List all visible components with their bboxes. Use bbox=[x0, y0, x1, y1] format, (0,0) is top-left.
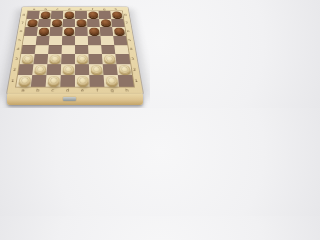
checker-light-man bbox=[49, 55, 60, 63]
rank-label: 6 bbox=[127, 30, 130, 33]
square-c4 bbox=[48, 45, 62, 55]
file-label: e bbox=[75, 88, 89, 92]
checker-ring bbox=[23, 56, 31, 61]
square-d6 bbox=[62, 27, 75, 36]
checker-light-man bbox=[62, 65, 73, 74]
file-label: h bbox=[120, 88, 135, 92]
square-g3 bbox=[102, 54, 117, 64]
square-h2 bbox=[117, 64, 133, 75]
file-label: c bbox=[52, 8, 63, 10]
checker-ring bbox=[105, 56, 113, 61]
square-g7 bbox=[99, 19, 112, 27]
file-label: f bbox=[87, 8, 98, 10]
square-g4 bbox=[101, 45, 115, 55]
square-f8 bbox=[87, 11, 99, 19]
checker-dark-man bbox=[89, 27, 99, 34]
square-d8 bbox=[63, 11, 75, 19]
checker-ring bbox=[115, 29, 122, 34]
square-f1 bbox=[89, 75, 104, 86]
square-a8 bbox=[27, 11, 40, 19]
square-a2 bbox=[18, 64, 34, 75]
checker-ring bbox=[107, 77, 115, 83]
square-a4 bbox=[21, 45, 36, 55]
square-b3 bbox=[33, 54, 48, 64]
square-b5 bbox=[36, 36, 50, 45]
square-d2 bbox=[61, 64, 75, 75]
file-label: c bbox=[46, 88, 60, 92]
checker-dark-man bbox=[38, 27, 49, 34]
square-c8 bbox=[51, 11, 63, 19]
checker-light-man bbox=[90, 65, 102, 74]
square-e8 bbox=[75, 11, 87, 19]
square-f5 bbox=[88, 36, 101, 45]
square-a7 bbox=[25, 19, 38, 27]
square-c2 bbox=[46, 64, 61, 75]
checker-ring bbox=[64, 67, 72, 73]
square-e4 bbox=[75, 45, 88, 55]
square-e7 bbox=[75, 19, 87, 27]
file-label: d bbox=[60, 88, 74, 92]
checker-dark-man bbox=[64, 11, 74, 17]
checker-ring bbox=[65, 29, 72, 34]
rank-label: 2 bbox=[133, 68, 136, 71]
file-label: g bbox=[99, 8, 110, 10]
square-f3 bbox=[88, 54, 102, 64]
file-labels-bottom: abcdefgh bbox=[7, 87, 143, 94]
square-f7 bbox=[87, 19, 100, 27]
checker-ring bbox=[102, 20, 109, 24]
latch-icon bbox=[63, 97, 76, 101]
file-label: b bbox=[31, 88, 45, 92]
square-e3 bbox=[75, 54, 89, 64]
square-a5 bbox=[23, 36, 37, 45]
square-d7 bbox=[63, 19, 75, 27]
rank-label: 6 bbox=[20, 30, 23, 33]
checker-dark-man bbox=[100, 19, 110, 26]
square-b8 bbox=[39, 11, 52, 19]
square-h3 bbox=[115, 54, 130, 64]
square-g5 bbox=[100, 36, 114, 45]
checker-ring bbox=[20, 77, 29, 83]
square-c5 bbox=[49, 36, 62, 45]
square-c1 bbox=[46, 75, 61, 86]
rank-label: 3 bbox=[132, 58, 135, 61]
rank-label: 7 bbox=[126, 22, 129, 25]
checker-ring bbox=[51, 56, 59, 61]
rank-label: 1 bbox=[135, 79, 139, 83]
rank-label: 4 bbox=[130, 48, 133, 51]
rank-label: 1 bbox=[11, 79, 15, 83]
checker-ring bbox=[49, 77, 57, 83]
square-f6 bbox=[87, 27, 100, 36]
rank-label: 5 bbox=[128, 39, 131, 42]
rank-label: 4 bbox=[17, 48, 20, 51]
checker-ring bbox=[40, 29, 47, 34]
rank-label: 8 bbox=[23, 14, 26, 16]
square-a1 bbox=[16, 75, 32, 86]
checker-ring bbox=[66, 13, 72, 17]
square-h8 bbox=[110, 11, 123, 19]
square-b6 bbox=[37, 27, 50, 36]
square-f4 bbox=[88, 45, 102, 55]
square-h4 bbox=[114, 45, 129, 55]
photo-of-checkers-set: { "game": "checkers (draughts), standard… bbox=[0, 0, 150, 108]
square-e1 bbox=[75, 75, 90, 86]
square-h7 bbox=[111, 19, 124, 27]
rank-label: 7 bbox=[21, 22, 24, 25]
checker-ring bbox=[29, 20, 36, 24]
square-d1 bbox=[60, 75, 75, 86]
checker-ring bbox=[78, 56, 85, 61]
square-d5 bbox=[62, 36, 75, 45]
square-h1 bbox=[118, 75, 134, 86]
checker-dark-man bbox=[27, 19, 38, 26]
checker-light-man bbox=[47, 76, 59, 85]
checker-light-man bbox=[18, 76, 31, 85]
checker-ring bbox=[53, 20, 60, 24]
square-f2 bbox=[89, 64, 104, 75]
square-b4 bbox=[35, 45, 49, 55]
board: abcdefgh 87654321 87654321 abcdefgh bbox=[7, 7, 143, 94]
square-e5 bbox=[75, 36, 88, 45]
checker-ring bbox=[90, 13, 97, 17]
square-a3 bbox=[20, 54, 35, 64]
rank-label: 3 bbox=[15, 58, 18, 61]
checker-ring bbox=[113, 13, 120, 17]
checker-ring bbox=[78, 20, 85, 24]
checker-ring bbox=[36, 67, 44, 73]
checker-light-man bbox=[34, 65, 46, 74]
square-e6 bbox=[75, 27, 88, 36]
checker-dark-man bbox=[40, 11, 50, 17]
square-b1 bbox=[31, 75, 47, 86]
square-e2 bbox=[75, 64, 89, 75]
file-label: d bbox=[64, 8, 75, 10]
square-b2 bbox=[32, 64, 47, 75]
rank-label: 5 bbox=[18, 39, 21, 42]
checker-light-man bbox=[103, 55, 115, 63]
checker-light-man bbox=[105, 76, 117, 85]
checker-dark-man bbox=[76, 19, 86, 26]
checker-light-man bbox=[76, 55, 87, 63]
square-d4 bbox=[62, 45, 75, 55]
scene: abcdefgh 87654321 87654321 abcdefgh bbox=[0, 0, 150, 108]
checker-ring bbox=[92, 67, 100, 73]
square-g1 bbox=[104, 75, 120, 86]
checker-ring bbox=[120, 67, 128, 73]
board-front-edge bbox=[7, 94, 143, 105]
checker-dark-man bbox=[52, 19, 62, 26]
board-grid bbox=[16, 11, 134, 87]
checker-light-man bbox=[118, 65, 130, 74]
square-g6 bbox=[100, 27, 113, 36]
square-b7 bbox=[38, 19, 51, 27]
checker-dark-man bbox=[112, 11, 122, 17]
file-label: a bbox=[16, 88, 31, 92]
square-c3 bbox=[47, 54, 61, 64]
square-g8 bbox=[99, 11, 112, 19]
file-label: e bbox=[75, 8, 86, 10]
file-label: h bbox=[110, 8, 121, 10]
square-g2 bbox=[103, 64, 118, 75]
file-label: g bbox=[105, 88, 119, 92]
square-h6 bbox=[112, 27, 126, 36]
checker-dark-man bbox=[113, 27, 124, 34]
checker-ring bbox=[42, 13, 49, 17]
square-a6 bbox=[24, 27, 38, 36]
checker-dark-man bbox=[64, 27, 74, 34]
square-h5 bbox=[113, 36, 127, 45]
square-c6 bbox=[50, 27, 63, 36]
checker-dark-man bbox=[88, 11, 98, 17]
checker-light-man bbox=[76, 76, 88, 85]
rank-label: 2 bbox=[13, 68, 16, 71]
checker-ring bbox=[78, 77, 86, 83]
checker-light-man bbox=[21, 55, 33, 63]
rank-label: 8 bbox=[124, 14, 127, 16]
file-label: b bbox=[40, 8, 51, 10]
checker-ring bbox=[90, 29, 97, 34]
square-c7 bbox=[50, 19, 63, 27]
file-label: a bbox=[28, 8, 39, 10]
square-d3 bbox=[61, 54, 75, 64]
file-label: f bbox=[90, 88, 104, 92]
